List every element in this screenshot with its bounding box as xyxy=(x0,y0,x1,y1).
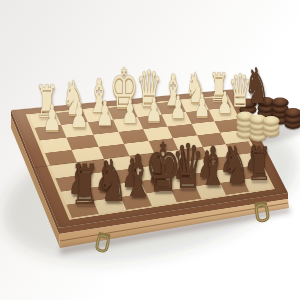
piece-white-pawn[interactable]: ♟ xyxy=(96,97,114,131)
piece-white-pawn[interactable]: ♟ xyxy=(146,94,163,126)
piece-black-knight[interactable]: ♞ xyxy=(223,140,250,191)
piece-white-pawn[interactable]: ♟ xyxy=(170,92,187,123)
piece-black-rook[interactable]: ♜ xyxy=(70,159,99,214)
piece-white-pawn[interactable]: ♟ xyxy=(121,95,138,128)
pieces-layer: ♜♞♝♚♛♝♞♜♟♟♟♟♟♟♟♟♟♟♟♟♟♟♟♟♜♞♝♚♛♝♞♜ xyxy=(0,0,300,300)
piece-white-pawn[interactable]: ♟ xyxy=(70,99,88,134)
piece-white-pawn[interactable]: ♟ xyxy=(43,101,62,137)
piece-black-rook[interactable]: ♜ xyxy=(247,142,271,188)
piece-white-pawn[interactable]: ♟ xyxy=(194,90,210,121)
piece-white-pawn[interactable]: ♟ xyxy=(217,88,233,118)
product-photo-chess-set: ♛♞ ♜♞♝♚♛♝♞♜♟♟♟♟♟♟♟♟♟♟♟♟♟♟♟♟♜♞♝♚♛♝♞♜ xyxy=(0,0,300,300)
